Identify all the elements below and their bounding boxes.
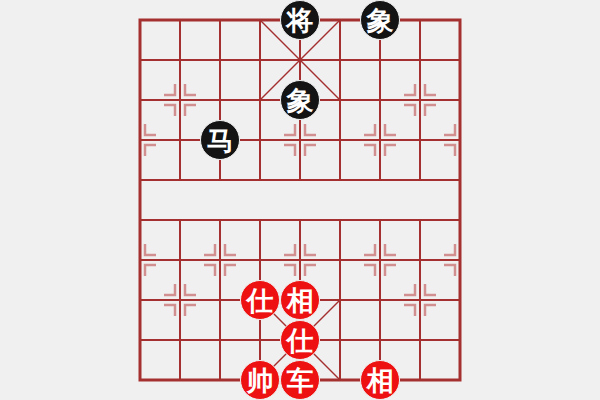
piece-red-advisor[interactable]: 仕	[280, 320, 320, 360]
piece-red-advisor[interactable]: 仕	[240, 280, 280, 320]
piece-black-elephant[interactable]: 象	[360, 0, 400, 40]
xiangqi-board: 将象象马仕相仕帅车相	[0, 0, 600, 400]
piece-black-elephant[interactable]: 象	[280, 80, 320, 120]
piece-black-general[interactable]: 将	[280, 0, 320, 40]
piece-red-elephant[interactable]: 相	[360, 360, 400, 400]
piece-red-chariot[interactable]: 车	[280, 360, 320, 400]
piece-red-general[interactable]: 帅	[240, 360, 280, 400]
piece-red-elephant[interactable]: 相	[280, 280, 320, 320]
piece-black-horse[interactable]: 马	[200, 120, 240, 160]
